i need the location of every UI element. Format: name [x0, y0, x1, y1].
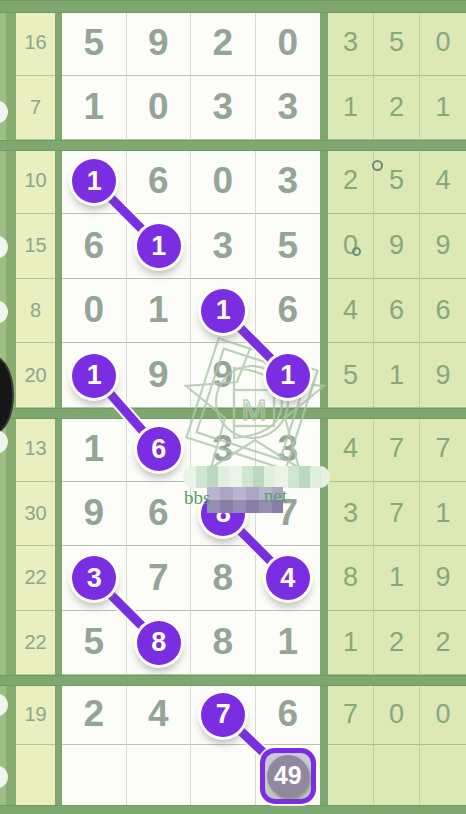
final-number-badge: 49 [260, 748, 316, 804]
connection-lines [0, 0, 466, 814]
small-circle-mark [372, 160, 383, 171]
circled-number: 7 [201, 693, 245, 737]
circled-number: 1 [72, 354, 116, 398]
circled-number: 4 [266, 556, 310, 600]
small-circle-mark [352, 247, 361, 256]
circled-number: 1 [137, 224, 181, 268]
watermark-text-bbs: bbs [184, 487, 210, 509]
circled-number: 1 [266, 354, 310, 398]
circled-number: 1 [201, 289, 245, 333]
circled-number: 6 [137, 427, 181, 471]
circled-number: 8 [137, 621, 181, 665]
trend-chart-board: M bbs .net 16592035071033121101603254156… [0, 0, 466, 814]
censored-watermark-strip [183, 466, 330, 488]
final-number-value: 49 [267, 755, 309, 797]
watermark-text-net: .net [259, 485, 287, 507]
